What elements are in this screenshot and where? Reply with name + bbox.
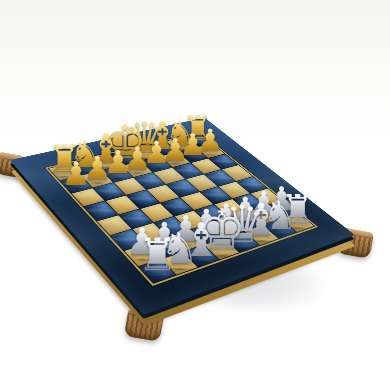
corner-marker-left bbox=[9, 159, 12, 160]
product-photo-stage: ♜♟♜♟♞♟♞♟♝♟♝♟♛♟♛♟♚♟♚♟♝♟♝♟♞♟♞♟♜♟♜♟ bbox=[0, 0, 390, 390]
